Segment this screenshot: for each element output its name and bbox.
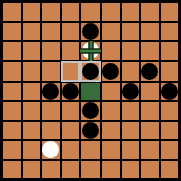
cell-r1c8[interactable] (160, 22, 180, 42)
cell-r4c1[interactable] (22, 82, 42, 102)
cell-r4c2[interactable] (41, 82, 61, 102)
cell-r6c1[interactable] (22, 121, 42, 141)
cell-r3c5[interactable] (101, 61, 121, 82)
cell-r8c7[interactable] (140, 160, 160, 180)
cell-r1c1[interactable] (22, 22, 42, 42)
cell-r6c7[interactable] (140, 121, 160, 141)
cell-r3c1[interactable] (22, 61, 42, 82)
cell-r2c3[interactable] (61, 41, 81, 61)
cell-r2c0[interactable] (2, 41, 22, 61)
cell-r6c3[interactable] (61, 121, 81, 141)
cell-r8c0[interactable] (2, 160, 22, 180)
cell-r3c4[interactable] (80, 61, 101, 82)
white-stone (42, 141, 59, 158)
cell-r6c8[interactable] (160, 121, 180, 141)
cell-r0c3[interactable] (61, 2, 81, 22)
cell-r5c3[interactable] (61, 101, 81, 121)
cell-r8c4[interactable] (80, 160, 101, 180)
cell-r3c8[interactable] (160, 61, 180, 82)
green-square-marker (81, 83, 100, 101)
cell-r8c1[interactable] (22, 160, 42, 180)
cell-r5c8[interactable] (160, 101, 180, 121)
cell-r4c6[interactable] (121, 82, 141, 102)
black-stone (42, 83, 59, 100)
cell-r7c5[interactable] (101, 140, 121, 160)
black-stone (82, 102, 99, 119)
cell-r2c8[interactable] (160, 41, 180, 61)
cell-r6c5[interactable] (101, 121, 121, 141)
cell-r7c1[interactable] (22, 140, 42, 160)
cell-r2c4[interactable] (80, 41, 101, 61)
cell-r3c0[interactable] (2, 61, 22, 82)
cell-r1c7[interactable] (140, 22, 160, 42)
black-stone (82, 63, 99, 80)
cell-r2c6[interactable] (121, 41, 141, 61)
cell-r4c7[interactable] (140, 82, 160, 102)
cell-r7c7[interactable] (140, 140, 160, 160)
cell-r3c2[interactable] (41, 61, 61, 82)
cell-r1c0[interactable] (2, 22, 22, 42)
cell-r6c0[interactable] (2, 121, 22, 141)
cell-r6c6[interactable] (121, 121, 141, 141)
game-board (0, 0, 181, 181)
cell-r8c3[interactable] (61, 160, 81, 180)
cell-r4c0[interactable] (2, 82, 22, 102)
cell-r3c6[interactable] (121, 61, 141, 82)
cell-r0c0[interactable] (2, 2, 22, 22)
cell-r0c6[interactable] (121, 2, 141, 22)
cell-r7c0[interactable] (2, 140, 22, 160)
cell-r8c2[interactable] (41, 160, 61, 180)
cell-r1c4[interactable] (80, 22, 101, 42)
cell-r2c1[interactable] (22, 41, 42, 61)
cross-marker-horizontal (80, 48, 101, 53)
cell-r8c8[interactable] (160, 160, 180, 180)
cell-r5c5[interactable] (101, 101, 121, 121)
cell-r0c2[interactable] (41, 2, 61, 22)
cell-r1c5[interactable] (101, 22, 121, 42)
cell-r4c4[interactable] (80, 82, 101, 102)
cell-r2c7[interactable] (140, 41, 160, 61)
cell-r2c5[interactable] (101, 41, 121, 61)
black-stone (82, 122, 99, 139)
cell-r0c8[interactable] (160, 2, 180, 22)
cell-r6c2[interactable] (41, 121, 61, 141)
cell-r5c2[interactable] (41, 101, 61, 121)
cell-r7c8[interactable] (160, 140, 180, 160)
cell-r8c5[interactable] (101, 160, 121, 180)
cell-r1c3[interactable] (61, 22, 81, 42)
cell-r4c8[interactable] (160, 82, 180, 102)
black-stone (62, 83, 79, 100)
cell-r1c2[interactable] (41, 22, 61, 42)
cell-r7c3[interactable] (61, 140, 81, 160)
cell-r5c1[interactable] (22, 101, 42, 121)
black-stone (82, 23, 99, 40)
black-stone (141, 63, 158, 80)
black-stone (102, 63, 119, 80)
cell-r6c4[interactable] (80, 121, 101, 141)
cell-r5c7[interactable] (140, 101, 160, 121)
black-stone (161, 83, 178, 100)
cell-r4c5[interactable] (101, 82, 121, 102)
cell-r1c6[interactable] (121, 22, 141, 42)
cell-r8c6[interactable] (121, 160, 141, 180)
cell-r5c0[interactable] (2, 101, 22, 121)
cell-r0c4[interactable] (80, 2, 101, 22)
cell-r7c2[interactable] (41, 140, 61, 160)
black-stone (122, 83, 139, 100)
cell-r0c1[interactable] (22, 2, 42, 22)
cell-r4c3[interactable] (61, 82, 81, 102)
cell-r3c7[interactable] (140, 61, 160, 82)
cell-r3c3[interactable] (61, 61, 81, 82)
cell-r7c4[interactable] (80, 140, 101, 160)
cell-r2c2[interactable] (41, 41, 61, 61)
cell-r0c7[interactable] (140, 2, 160, 22)
cell-r5c6[interactable] (121, 101, 141, 121)
cell-r7c6[interactable] (121, 140, 141, 160)
cell-r0c5[interactable] (101, 2, 121, 22)
cell-r5c4[interactable] (80, 101, 101, 121)
